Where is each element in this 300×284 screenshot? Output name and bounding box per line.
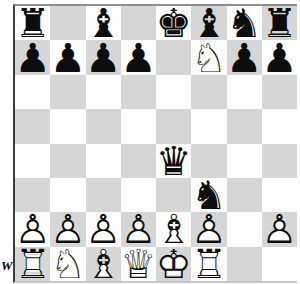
white-piece-outline: ♗ xyxy=(86,247,121,281)
white-piece-outline: ♖ xyxy=(191,247,226,281)
piece-white-rook-icon[interactable]: ♜♖ xyxy=(191,247,226,281)
square-a5[interactable] xyxy=(15,109,50,143)
piece-white-knight-icon[interactable]: ♞♘ xyxy=(50,247,85,281)
piece-white-pawn-icon[interactable]: ♟♙ xyxy=(262,212,297,246)
square-d4[interactable] xyxy=(121,144,156,178)
piece-black-king-icon[interactable]: ♚ xyxy=(156,6,191,40)
square-e6[interactable] xyxy=(156,75,191,109)
square-h7[interactable]: ♟ xyxy=(262,40,297,74)
piece-white-knight-icon[interactable]: ♞♘ xyxy=(191,40,226,74)
square-g6[interactable] xyxy=(227,75,262,109)
square-e8[interactable]: ♚ xyxy=(156,6,191,40)
piece-black-queen-icon[interactable]: ♛ xyxy=(156,144,191,178)
square-g2[interactable] xyxy=(227,212,262,246)
piece-black-pawn-icon[interactable]: ♟ xyxy=(86,40,121,74)
square-h4[interactable] xyxy=(262,144,297,178)
white-piece-outline: ♔ xyxy=(156,247,191,281)
chess-board[interactable]: ♜♝♚♝♞♜♟♟♟♟♞♘♟♟♛♞♟♙♟♙♟♙♟♙♝♗♟♙♟♙♜♖♞♘♝♗♛♕♚♔… xyxy=(13,4,297,283)
square-f1[interactable]: ♜♖ xyxy=(191,247,226,281)
square-g5[interactable] xyxy=(227,109,262,143)
square-g4[interactable] xyxy=(227,144,262,178)
square-e7[interactable] xyxy=(156,40,191,74)
square-f5[interactable] xyxy=(191,109,226,143)
square-e1[interactable]: ♚♔ xyxy=(156,247,191,281)
square-b6[interactable] xyxy=(50,75,85,109)
white-piece-outline: ♙ xyxy=(262,212,297,246)
square-d1[interactable]: ♛♕ xyxy=(121,247,156,281)
square-d6[interactable] xyxy=(121,75,156,109)
piece-white-rook-icon[interactable]: ♜♖ xyxy=(15,247,50,281)
piece-black-pawn-icon[interactable]: ♟ xyxy=(121,40,156,74)
square-a6[interactable] xyxy=(15,75,50,109)
square-c5[interactable] xyxy=(86,109,121,143)
chess-diagram: W ♜♝♚♝♞♜♟♟♟♟♞♘♟♟♛♞♟♙♟♙♟♙♟♙♝♗♟♙♟♙♜♖♞♘♝♗♛♕… xyxy=(0,0,300,284)
square-b4[interactable] xyxy=(50,144,85,178)
square-a1[interactable]: ♜♖ xyxy=(15,247,50,281)
square-g3[interactable] xyxy=(227,178,262,212)
square-c6[interactable] xyxy=(86,75,121,109)
square-c7[interactable]: ♟ xyxy=(86,40,121,74)
square-b1[interactable]: ♞♘ xyxy=(50,247,85,281)
piece-black-pawn-icon[interactable]: ♟ xyxy=(15,40,50,74)
white-piece-outline: ♖ xyxy=(15,247,50,281)
square-b5[interactable] xyxy=(50,109,85,143)
square-c1[interactable]: ♝♗ xyxy=(86,247,121,281)
square-h1[interactable] xyxy=(262,247,297,281)
piece-white-queen-icon[interactable]: ♛♕ xyxy=(121,247,156,281)
piece-white-bishop-icon[interactable]: ♝♗ xyxy=(86,247,121,281)
piece-white-king-icon[interactable]: ♚♔ xyxy=(156,247,191,281)
square-h2[interactable]: ♟♙ xyxy=(262,212,297,246)
square-d7[interactable]: ♟ xyxy=(121,40,156,74)
white-piece-outline: ♘ xyxy=(50,247,85,281)
square-f6[interactable] xyxy=(191,75,226,109)
square-f7[interactable]: ♞♘ xyxy=(191,40,226,74)
square-c4[interactable] xyxy=(86,144,121,178)
square-b7[interactable]: ♟ xyxy=(50,40,85,74)
square-d5[interactable] xyxy=(121,109,156,143)
square-h5[interactable] xyxy=(262,109,297,143)
piece-black-pawn-icon[interactable]: ♟ xyxy=(50,40,85,74)
white-piece-outline: ♘ xyxy=(191,40,226,74)
piece-black-pawn-icon[interactable]: ♟ xyxy=(227,40,262,74)
side-to-move-label: W xyxy=(1,258,13,274)
piece-black-pawn-icon[interactable]: ♟ xyxy=(262,40,297,74)
square-g7[interactable]: ♟ xyxy=(227,40,262,74)
square-a4[interactable] xyxy=(15,144,50,178)
square-h6[interactable] xyxy=(262,75,297,109)
square-g1[interactable] xyxy=(227,247,262,281)
white-piece-outline: ♕ xyxy=(121,247,156,281)
square-e4[interactable]: ♛ xyxy=(156,144,191,178)
square-a7[interactable]: ♟ xyxy=(15,40,50,74)
